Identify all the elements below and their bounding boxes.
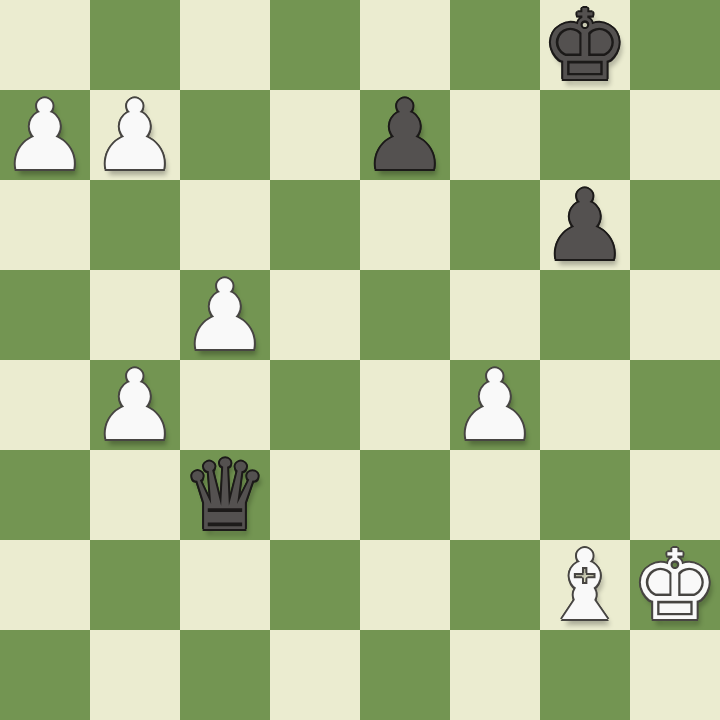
square-a7[interactable]: ♟ <box>0 90 90 180</box>
piece-white-pawn[interactable]: ♟ <box>90 90 180 180</box>
square-e3[interactable] <box>360 450 450 540</box>
square-g5[interactable] <box>540 270 630 360</box>
square-a4[interactable] <box>0 360 90 450</box>
square-g8[interactable]: ♚ <box>540 0 630 90</box>
piece-white-pawn[interactable]: ♟ <box>180 270 270 360</box>
square-g1[interactable] <box>540 630 630 720</box>
square-a6[interactable] <box>0 180 90 270</box>
square-e7[interactable]: ♟ <box>360 90 450 180</box>
square-h6[interactable] <box>630 180 720 270</box>
square-g7[interactable] <box>540 90 630 180</box>
square-c7[interactable] <box>180 90 270 180</box>
square-f3[interactable] <box>450 450 540 540</box>
square-c4[interactable] <box>180 360 270 450</box>
square-h2[interactable]: ♚ <box>630 540 720 630</box>
piece-white-pawn[interactable]: ♟ <box>90 360 180 450</box>
square-f6[interactable] <box>450 180 540 270</box>
square-b3[interactable] <box>90 450 180 540</box>
square-b7[interactable]: ♟ <box>90 90 180 180</box>
square-f5[interactable] <box>450 270 540 360</box>
square-b2[interactable] <box>90 540 180 630</box>
square-g6[interactable]: ♟ <box>540 180 630 270</box>
square-b4[interactable]: ♟ <box>90 360 180 450</box>
square-b5[interactable] <box>90 270 180 360</box>
square-c3[interactable]: ♛ <box>180 450 270 540</box>
square-c1[interactable] <box>180 630 270 720</box>
square-h7[interactable] <box>630 90 720 180</box>
square-g2[interactable]: ♝ <box>540 540 630 630</box>
square-f7[interactable] <box>450 90 540 180</box>
square-a5[interactable] <box>0 270 90 360</box>
square-c5[interactable]: ♟ <box>180 270 270 360</box>
square-b8[interactable] <box>90 0 180 90</box>
square-e5[interactable] <box>360 270 450 360</box>
square-b1[interactable] <box>90 630 180 720</box>
square-h1[interactable] <box>630 630 720 720</box>
square-d2[interactable] <box>270 540 360 630</box>
chess-board: ♚♟♟♟♟♟♟♟♛♝♚ <box>0 0 720 720</box>
square-e2[interactable] <box>360 540 450 630</box>
square-b6[interactable] <box>90 180 180 270</box>
square-h3[interactable] <box>630 450 720 540</box>
square-d1[interactable] <box>270 630 360 720</box>
square-e1[interactable] <box>360 630 450 720</box>
square-e4[interactable] <box>360 360 450 450</box>
square-g3[interactable] <box>540 450 630 540</box>
piece-black-queen[interactable]: ♛ <box>180 450 270 540</box>
square-a1[interactable] <box>0 630 90 720</box>
square-h8[interactable] <box>630 0 720 90</box>
square-f2[interactable] <box>450 540 540 630</box>
piece-white-pawn[interactable]: ♟ <box>0 90 90 180</box>
square-d3[interactable] <box>270 450 360 540</box>
square-d8[interactable] <box>270 0 360 90</box>
square-f8[interactable] <box>450 0 540 90</box>
square-a2[interactable] <box>0 540 90 630</box>
square-a3[interactable] <box>0 450 90 540</box>
piece-white-bishop[interactable]: ♝ <box>540 540 630 630</box>
square-e8[interactable] <box>360 0 450 90</box>
square-f1[interactable] <box>450 630 540 720</box>
piece-black-pawn[interactable]: ♟ <box>360 90 450 180</box>
square-a8[interactable] <box>0 0 90 90</box>
square-f4[interactable]: ♟ <box>450 360 540 450</box>
square-e6[interactable] <box>360 180 450 270</box>
piece-black-pawn[interactable]: ♟ <box>540 180 630 270</box>
piece-black-king[interactable]: ♚ <box>540 0 630 90</box>
piece-white-pawn[interactable]: ♟ <box>450 360 540 450</box>
square-c8[interactable] <box>180 0 270 90</box>
square-d7[interactable] <box>270 90 360 180</box>
square-d4[interactable] <box>270 360 360 450</box>
square-g4[interactable] <box>540 360 630 450</box>
square-c6[interactable] <box>180 180 270 270</box>
piece-white-king[interactable]: ♚ <box>630 540 720 630</box>
square-h5[interactable] <box>630 270 720 360</box>
square-d5[interactable] <box>270 270 360 360</box>
square-c2[interactable] <box>180 540 270 630</box>
square-d6[interactable] <box>270 180 360 270</box>
square-h4[interactable] <box>630 360 720 450</box>
